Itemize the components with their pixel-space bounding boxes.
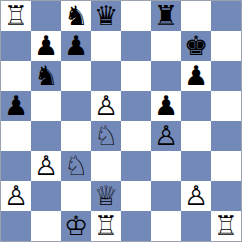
square-e7[interactable] [121,31,151,61]
square-c8[interactable]: ♞ [61,1,91,31]
square-f1[interactable] [151,211,181,241]
square-d8[interactable]: ♛ [91,1,121,31]
square-g4[interactable] [181,121,211,151]
square-a2[interactable]: ♙ [1,181,31,211]
square-c6[interactable] [61,61,91,91]
square-h6[interactable] [211,61,241,91]
white-knight[interactable]: ♘ [64,151,88,181]
square-a8[interactable]: ♖ [1,1,31,31]
square-c3[interactable]: ♘ [61,151,91,181]
square-d6[interactable] [91,61,121,91]
square-c4[interactable] [61,121,91,151]
square-a7[interactable] [1,31,31,61]
square-c1[interactable]: ♔ [61,211,91,241]
square-a4[interactable] [1,121,31,151]
square-d7[interactable] [91,31,121,61]
square-d3[interactable] [91,151,121,181]
square-d1[interactable]: ♖ [91,211,121,241]
black-pawn[interactable]: ♟ [34,31,58,61]
white-rook[interactable]: ♖ [4,1,28,31]
square-g3[interactable] [181,151,211,181]
white-knight[interactable]: ♘ [94,121,118,151]
square-b5[interactable] [31,91,61,121]
square-e1[interactable] [121,211,151,241]
square-e3[interactable] [121,151,151,181]
square-f4[interactable]: ♙ [151,121,181,151]
square-a3[interactable] [1,151,31,181]
square-b1[interactable] [31,211,61,241]
square-h8[interactable] [211,1,241,31]
square-g2[interactable]: ♙ [181,181,211,211]
black-pawn[interactable]: ♟ [154,91,178,121]
white-pawn[interactable]: ♙ [4,181,28,211]
black-pawn[interactable]: ♟ [4,91,28,121]
black-rook[interactable]: ♜ [154,1,178,31]
square-e2[interactable] [121,181,151,211]
square-h1[interactable]: ♖ [211,211,241,241]
black-king[interactable]: ♚ [184,31,208,61]
black-knight[interactable]: ♞ [64,1,88,31]
white-rook[interactable]: ♖ [214,211,238,241]
square-b3[interactable]: ♙ [31,151,61,181]
square-c2[interactable] [61,181,91,211]
square-g8[interactable] [181,1,211,31]
square-d2[interactable]: ♕ [91,181,121,211]
square-f3[interactable] [151,151,181,181]
square-f5[interactable]: ♟ [151,91,181,121]
white-pawn[interactable]: ♙ [184,181,208,211]
square-b6[interactable]: ♞ [31,61,61,91]
square-b7[interactable]: ♟ [31,31,61,61]
white-pawn[interactable]: ♙ [34,151,58,181]
black-knight[interactable]: ♞ [34,61,58,91]
white-queen[interactable]: ♕ [94,181,118,211]
square-d5[interactable]: ♙ [91,91,121,121]
square-h3[interactable] [211,151,241,181]
square-f7[interactable] [151,31,181,61]
square-d4[interactable]: ♘ [91,121,121,151]
square-f6[interactable] [151,61,181,91]
square-b2[interactable] [31,181,61,211]
square-g7[interactable]: ♚ [181,31,211,61]
square-g6[interactable]: ♟ [181,61,211,91]
square-e8[interactable] [121,1,151,31]
white-king[interactable]: ♔ [64,211,88,241]
black-queen[interactable]: ♛ [94,1,118,31]
square-g1[interactable] [181,211,211,241]
white-rook[interactable]: ♖ [94,211,118,241]
square-h5[interactable] [211,91,241,121]
black-pawn[interactable]: ♟ [64,31,88,61]
black-pawn[interactable]: ♟ [184,61,208,91]
square-a5[interactable]: ♟ [1,91,31,121]
square-a1[interactable] [1,211,31,241]
square-e5[interactable] [121,91,151,121]
white-pawn[interactable]: ♙ [94,91,118,121]
square-g5[interactable] [181,91,211,121]
square-b4[interactable] [31,121,61,151]
square-f8[interactable]: ♜ [151,1,181,31]
square-b8[interactable] [31,1,61,31]
chess-board: ♖♞♛♜♟♟♚♞♟♟♙♟♘♙♙♘♙♕♙♔♖♖ [0,0,242,242]
square-h4[interactable] [211,121,241,151]
square-h7[interactable] [211,31,241,61]
square-a6[interactable] [1,61,31,91]
square-c5[interactable] [61,91,91,121]
square-e4[interactable] [121,121,151,151]
square-h2[interactable] [211,181,241,211]
white-pawn[interactable]: ♙ [154,121,178,151]
square-e6[interactable] [121,61,151,91]
square-f2[interactable] [151,181,181,211]
square-c7[interactable]: ♟ [61,31,91,61]
